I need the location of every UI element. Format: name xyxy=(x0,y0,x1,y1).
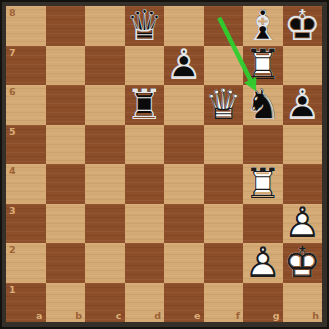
square-d6[interactable]: ♜♖ xyxy=(125,85,165,125)
square-g4[interactable]: ♜♖ xyxy=(243,164,283,204)
square-d1[interactable]: d xyxy=(125,283,165,323)
square-b3[interactable] xyxy=(46,204,86,244)
rank-label-4: 4 xyxy=(9,166,16,176)
square-e1[interactable]: e xyxy=(164,283,204,323)
square-e7[interactable]: ♟♙ xyxy=(164,46,204,86)
black-queen-outline: ♕ xyxy=(125,6,165,46)
square-h8[interactable]: ♚♔ xyxy=(283,6,323,46)
white-pawn-outline: ♙ xyxy=(243,243,283,283)
square-a7[interactable]: 7 xyxy=(6,46,46,86)
square-b5[interactable] xyxy=(46,125,86,165)
black-pawn[interactable]: ♟♙ xyxy=(283,85,323,125)
square-a5[interactable]: 5 xyxy=(6,125,46,165)
square-c8[interactable] xyxy=(85,6,125,46)
square-a4[interactable]: 4 xyxy=(6,164,46,204)
square-h1[interactable]: h xyxy=(283,283,323,323)
white-queen[interactable]: ♛♕ xyxy=(204,85,244,125)
square-f4[interactable] xyxy=(204,164,244,204)
square-b7[interactable] xyxy=(46,46,86,86)
square-c3[interactable] xyxy=(85,204,125,244)
chess-board-frame: 8♛♕♝♗♚♔7♟♙♜♖6♜♖♛♕♞♘♟♙54♜♖3♟♙2♟♙♚♔1abcdef… xyxy=(0,0,329,329)
square-b2[interactable] xyxy=(46,243,86,283)
square-d8[interactable]: ♛♕ xyxy=(125,6,165,46)
file-label-h: h xyxy=(312,311,319,321)
black-pawn[interactable]: ♟♙ xyxy=(164,46,204,86)
square-a6[interactable]: 6 xyxy=(6,85,46,125)
square-f2[interactable] xyxy=(204,243,244,283)
file-label-d: d xyxy=(154,311,161,321)
square-c5[interactable] xyxy=(85,125,125,165)
file-label-f: f xyxy=(236,311,240,321)
square-d5[interactable] xyxy=(125,125,165,165)
file-label-e: e xyxy=(194,311,200,321)
square-e4[interactable] xyxy=(164,164,204,204)
square-e6[interactable] xyxy=(164,85,204,125)
rank-label-8: 8 xyxy=(9,8,16,18)
file-label-b: b xyxy=(75,311,82,321)
black-pawn-outline: ♙ xyxy=(164,46,204,86)
square-g6[interactable]: ♞♘ xyxy=(243,85,283,125)
white-rook[interactable]: ♜♖ xyxy=(243,164,283,204)
square-c4[interactable] xyxy=(85,164,125,204)
square-h6[interactable]: ♟♙ xyxy=(283,85,323,125)
square-d2[interactable] xyxy=(125,243,165,283)
black-knight[interactable]: ♞♘ xyxy=(243,85,283,125)
square-a1[interactable]: 1a xyxy=(6,283,46,323)
rank-label-7: 7 xyxy=(9,48,16,58)
square-c6[interactable] xyxy=(85,85,125,125)
square-e3[interactable] xyxy=(164,204,204,244)
square-f8[interactable] xyxy=(204,6,244,46)
square-h2[interactable]: ♚♔ xyxy=(283,243,323,283)
rank-label-2: 2 xyxy=(9,245,16,255)
square-a3[interactable]: 3 xyxy=(6,204,46,244)
rank-label-6: 6 xyxy=(9,87,16,97)
square-f1[interactable]: f xyxy=(204,283,244,323)
square-g1[interactable]: g xyxy=(243,283,283,323)
square-c2[interactable] xyxy=(85,243,125,283)
black-king-outline: ♔ xyxy=(283,6,323,46)
square-b1[interactable]: b xyxy=(46,283,86,323)
black-rook[interactable]: ♜♖ xyxy=(125,85,165,125)
white-king-outline: ♔ xyxy=(283,243,323,283)
file-label-c: c xyxy=(116,311,122,321)
square-f6[interactable]: ♛♕ xyxy=(204,85,244,125)
white-rook-outline: ♖ xyxy=(243,164,283,204)
file-label-a: a xyxy=(36,311,42,321)
square-c7[interactable] xyxy=(85,46,125,86)
square-c1[interactable]: c xyxy=(85,283,125,323)
black-rook-outline: ♖ xyxy=(125,85,165,125)
file-label-g: g xyxy=(273,311,280,321)
square-d4[interactable] xyxy=(125,164,165,204)
white-king[interactable]: ♚♔ xyxy=(283,243,323,283)
square-g2[interactable]: ♟♙ xyxy=(243,243,283,283)
square-e5[interactable] xyxy=(164,125,204,165)
square-a2[interactable]: 2 xyxy=(6,243,46,283)
square-f5[interactable] xyxy=(204,125,244,165)
square-b8[interactable] xyxy=(46,6,86,46)
square-a8[interactable]: 8 xyxy=(6,6,46,46)
black-queen[interactable]: ♛♕ xyxy=(125,6,165,46)
white-pawn[interactable]: ♟♙ xyxy=(243,243,283,283)
white-queen-outline: ♕ xyxy=(204,85,244,125)
rank-label-1: 1 xyxy=(9,285,16,295)
square-f3[interactable] xyxy=(204,204,244,244)
square-e2[interactable] xyxy=(164,243,204,283)
square-h5[interactable] xyxy=(283,125,323,165)
black-pawn-outline: ♙ xyxy=(283,85,323,125)
square-d3[interactable] xyxy=(125,204,165,244)
square-b6[interactable] xyxy=(46,85,86,125)
black-knight-outline: ♘ xyxy=(243,85,283,125)
black-king[interactable]: ♚♔ xyxy=(283,6,323,46)
chess-board: 8♛♕♝♗♚♔7♟♙♜♖6♜♖♛♕♞♘♟♙54♜♖3♟♙2♟♙♚♔1abcdef… xyxy=(6,6,322,322)
rank-label-3: 3 xyxy=(9,206,16,216)
square-b4[interactable] xyxy=(46,164,86,204)
rank-label-5: 5 xyxy=(9,127,16,137)
